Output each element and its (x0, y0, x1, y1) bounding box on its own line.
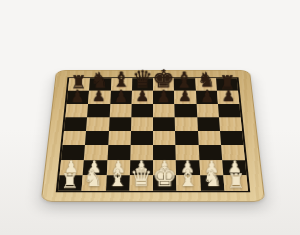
square-b5 (86, 117, 109, 131)
square-h6 (218, 104, 241, 117)
piece-white-queen: ♛ (130, 166, 153, 190)
square-g4 (198, 131, 221, 145)
square-b7: ♟ (88, 91, 110, 104)
square-f2: ♟ (176, 160, 200, 175)
piece-white-pawn: ♟ (64, 159, 79, 175)
square-g1: ♞ (200, 175, 225, 191)
piece-black-rook: ♜ (71, 73, 87, 90)
square-g5 (197, 117, 220, 131)
square-e6 (153, 104, 175, 117)
square-c2: ♟ (106, 160, 130, 175)
square-f1: ♝ (176, 175, 200, 191)
square-c8: ♝ (111, 78, 133, 91)
square-d3 (130, 145, 153, 160)
square-h2: ♟ (222, 160, 246, 175)
chess-photo: ♜♞♝♛♚♝♞♜♟♟♟♟♟♟♟♟♟♟♟♟♟♟♟♟♜♞♝♛♚♝♞♜ (0, 0, 300, 235)
piece-black-bishop: ♝ (175, 71, 194, 91)
square-a2: ♟ (60, 160, 84, 175)
piece-black-pawn: ♟ (135, 89, 149, 104)
square-d2: ♟ (130, 160, 153, 175)
square-a4 (63, 131, 87, 145)
square-d6 (131, 104, 153, 117)
square-e7: ♟ (153, 91, 175, 104)
piece-white-pawn: ♟ (180, 159, 195, 175)
piece-white-pawn: ♟ (110, 159, 125, 175)
piece-white-pawn: ♟ (227, 159, 242, 175)
square-f7: ♟ (174, 91, 196, 104)
square-g6 (196, 104, 219, 117)
piece-black-bishop: ♝ (112, 71, 131, 91)
square-h1: ♜ (223, 175, 248, 191)
board-grid: ♜♞♝♛♚♝♞♜♟♟♟♟♟♟♟♟♟♟♟♟♟♟♟♟♜♞♝♛♚♝♞♜ (56, 77, 251, 192)
square-h8: ♜ (216, 78, 238, 91)
piece-white-rook: ♜ (61, 171, 79, 190)
square-e8: ♚ (153, 78, 174, 91)
piece-black-pawn: ♟ (221, 89, 235, 104)
square-c1: ♝ (106, 175, 130, 191)
piece-white-king: ♚ (152, 164, 177, 190)
wooden-board: ♜♞♝♛♚♝♞♜♟♟♟♟♟♟♟♟♟♟♟♟♟♟♟♟♜♞♝♛♚♝♞♜ (41, 70, 265, 202)
square-g8: ♞ (195, 78, 217, 91)
square-b1: ♞ (82, 175, 107, 191)
square-b2: ♟ (83, 160, 107, 175)
square-h4 (220, 131, 244, 145)
square-d7: ♟ (131, 91, 153, 104)
square-f8: ♝ (174, 78, 196, 91)
square-a8: ♜ (68, 78, 90, 91)
square-b3 (84, 145, 108, 160)
square-a3 (61, 145, 85, 160)
square-d5 (131, 117, 153, 131)
piece-black-king: ♚ (152, 67, 174, 91)
square-d1: ♛ (129, 175, 153, 191)
square-e5 (153, 117, 175, 131)
square-a6 (65, 104, 88, 117)
square-c3 (107, 145, 130, 160)
piece-black-rook: ♜ (219, 73, 235, 90)
square-e1: ♚ (153, 175, 177, 191)
square-f6 (175, 104, 197, 117)
square-g2: ♟ (199, 160, 223, 175)
board-tilt: ♜♞♝♛♚♝♞♜♟♟♟♟♟♟♟♟♟♟♟♟♟♟♟♟♜♞♝♛♚♝♞♜ (41, 70, 265, 202)
piece-black-pawn: ♟ (114, 89, 128, 104)
square-a1: ♜ (58, 175, 83, 191)
piece-white-pawn: ♟ (134, 159, 149, 175)
piece-black-knight: ♞ (91, 72, 109, 91)
square-f4 (175, 131, 198, 145)
square-c7: ♟ (110, 91, 132, 104)
square-g3 (198, 145, 222, 160)
square-e4 (153, 131, 176, 145)
piece-white-pawn: ♟ (157, 159, 172, 175)
square-c4 (108, 131, 131, 145)
piece-white-pawn: ♟ (87, 159, 102, 175)
piece-black-pawn: ♟ (92, 89, 106, 104)
square-b4 (85, 131, 108, 145)
square-b6 (87, 104, 110, 117)
piece-black-pawn: ♟ (71, 89, 85, 104)
square-e3 (153, 145, 176, 160)
piece-white-pawn: ♟ (204, 159, 219, 175)
square-e2: ♟ (153, 160, 176, 175)
square-d8: ♛ (132, 78, 153, 91)
square-a7: ♟ (67, 91, 90, 104)
square-d4 (130, 131, 153, 145)
square-f3 (176, 145, 199, 160)
piece-white-rook: ♜ (227, 171, 245, 190)
square-g7: ♟ (195, 91, 217, 104)
square-h3 (221, 145, 245, 160)
square-c6 (109, 104, 131, 117)
square-h5 (219, 117, 242, 131)
square-h7: ♟ (217, 91, 240, 104)
piece-black-queen: ♛ (132, 69, 153, 91)
piece-black-pawn: ♟ (178, 89, 192, 104)
piece-black-pawn: ♟ (157, 89, 171, 104)
square-b8: ♞ (89, 78, 111, 91)
square-a5 (64, 117, 87, 131)
square-c5 (109, 117, 132, 131)
piece-black-pawn: ♟ (200, 89, 214, 104)
piece-black-knight: ♞ (197, 72, 215, 91)
square-f5 (175, 117, 198, 131)
